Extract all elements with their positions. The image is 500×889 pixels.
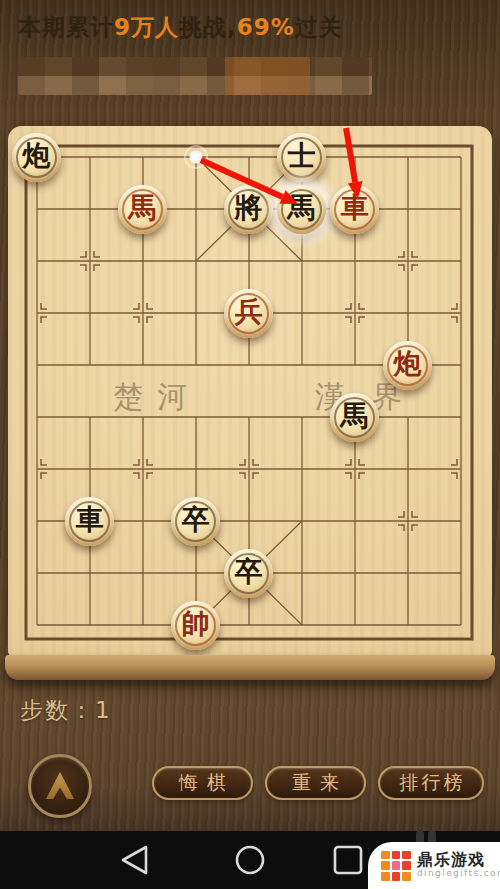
header-count: 9万人 bbox=[114, 14, 179, 40]
piece-black-馬[interactable]: 馬 bbox=[330, 393, 379, 442]
piece-red-兵[interactable]: 兵 bbox=[224, 289, 273, 338]
piece-black-炮[interactable]: 炮 bbox=[12, 133, 61, 182]
piece-black-士[interactable]: 士 bbox=[277, 133, 326, 182]
watermark-badge: 鼎乐游戏 dinglegifts.com bbox=[368, 842, 500, 889]
censored-mosaic-bar bbox=[18, 57, 372, 95]
piece-red-炮[interactable]: 炮 bbox=[383, 341, 432, 390]
piece-red-帥[interactable]: 帥 bbox=[171, 601, 220, 650]
nav-recents-icon[interactable] bbox=[335, 847, 361, 873]
header-prefix: 本期累计 bbox=[18, 14, 114, 40]
piece-black-馬[interactable]: 馬 bbox=[277, 185, 326, 234]
header-percent: 69% bbox=[237, 14, 295, 40]
restart-button[interactable]: 重来 bbox=[265, 766, 366, 800]
app-screen: 本期累计9万人挑战,69%过关 bbox=[0, 0, 500, 889]
collapse-panel-button[interactable] bbox=[28, 754, 92, 818]
piece-black-卒[interactable]: 卒 bbox=[224, 549, 273, 598]
step-counter: 步数：1 bbox=[20, 695, 112, 726]
undo-button[interactable]: 悔棋 bbox=[152, 766, 253, 800]
piece-red-車[interactable]: 車 bbox=[330, 185, 379, 234]
watermark-text: 鼎乐游戏 dinglegifts.com bbox=[417, 852, 500, 878]
mountain-up-arrow-icon bbox=[40, 766, 80, 806]
piece-black-將[interactable]: 將 bbox=[224, 185, 273, 234]
header-suffix: 过关 bbox=[295, 14, 343, 40]
board-front-edge bbox=[5, 655, 495, 680]
challenge-stats-text: 本期累计9万人挑战,69%过关 bbox=[18, 12, 343, 43]
watermark-domain: dinglegifts.com bbox=[417, 869, 500, 878]
header-middle: 挑战, bbox=[179, 14, 237, 40]
piece-black-車[interactable]: 車 bbox=[65, 497, 114, 546]
steps-label: 步数： bbox=[20, 697, 95, 723]
nav-back-icon[interactable] bbox=[123, 847, 146, 873]
piece-black-卒[interactable]: 卒 bbox=[171, 497, 220, 546]
steps-value: 1 bbox=[95, 697, 112, 723]
watermark-pixel-logo-icon bbox=[381, 851, 411, 881]
nav-home-icon[interactable] bbox=[237, 847, 263, 873]
watermark-title: 鼎乐游戏 bbox=[417, 852, 500, 869]
piece-red-馬[interactable]: 馬 bbox=[118, 185, 167, 234]
pieces-layer: 炮士馬將馬車兵炮馬車卒卒帥 bbox=[10, 131, 487, 651]
xiangqi-board[interactable]: 楚 河 漢 界 炮士馬將馬車兵炮馬車卒卒帥 bbox=[8, 126, 492, 657]
leaderboard-button[interactable]: 排行榜 bbox=[378, 766, 484, 800]
